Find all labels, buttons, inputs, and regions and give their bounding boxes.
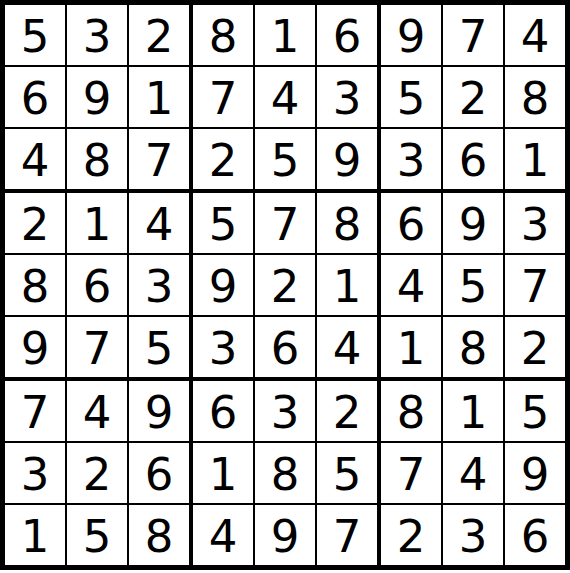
cell-r3c5[interactable]: 5 [255,129,317,193]
cell-r2c1[interactable]: 6 [5,67,67,129]
cell-r2c6[interactable]: 3 [317,67,381,129]
cell-r7c8[interactable]: 1 [443,381,505,443]
cell-r5c3[interactable]: 3 [129,255,193,317]
cell-r9c4[interactable]: 4 [193,505,255,565]
cell-r7c9[interactable]: 5 [505,381,565,443]
cell-r4c5[interactable]: 7 [255,193,317,255]
cell-r8c8[interactable]: 4 [443,443,505,505]
cell-r8c9[interactable]: 9 [505,443,565,505]
cell-r1c3[interactable]: 2 [129,5,193,67]
cell-r4c8[interactable]: 9 [443,193,505,255]
cell-r1c8[interactable]: 7 [443,5,505,67]
cell-r6c2[interactable]: 7 [67,317,129,381]
cell-r7c1[interactable]: 7 [5,381,67,443]
cell-r4c2[interactable]: 1 [67,193,129,255]
cell-r1c7[interactable]: 9 [381,5,443,67]
cell-r1c5[interactable]: 1 [255,5,317,67]
cell-r2c8[interactable]: 2 [443,67,505,129]
cell-r7c6[interactable]: 2 [317,381,381,443]
cell-r3c9[interactable]: 1 [505,129,565,193]
cell-r6c7[interactable]: 1 [381,317,443,381]
sudoku-board: 5328169746917435284872593612145786938639… [0,0,570,570]
cell-r5c1[interactable]: 8 [5,255,67,317]
cell-r3c3[interactable]: 7 [129,129,193,193]
cell-r7c5[interactable]: 3 [255,381,317,443]
cell-r1c2[interactable]: 3 [67,5,129,67]
cell-r6c5[interactable]: 6 [255,317,317,381]
cell-r2c5[interactable]: 4 [255,67,317,129]
cell-r4c4[interactable]: 5 [193,193,255,255]
cell-r2c4[interactable]: 7 [193,67,255,129]
cell-r9c3[interactable]: 8 [129,505,193,565]
cell-r1c6[interactable]: 6 [317,5,381,67]
cell-r8c1[interactable]: 3 [5,443,67,505]
cell-r5c5[interactable]: 2 [255,255,317,317]
cell-r6c4[interactable]: 3 [193,317,255,381]
cell-r8c3[interactable]: 6 [129,443,193,505]
cell-r7c4[interactable]: 6 [193,381,255,443]
cell-r5c8[interactable]: 5 [443,255,505,317]
cell-r7c2[interactable]: 4 [67,381,129,443]
cell-r3c4[interactable]: 2 [193,129,255,193]
cell-r3c1[interactable]: 4 [5,129,67,193]
cell-r9c2[interactable]: 5 [67,505,129,565]
cell-r9c1[interactable]: 1 [5,505,67,565]
cell-r6c6[interactable]: 4 [317,317,381,381]
cell-r4c9[interactable]: 3 [505,193,565,255]
cell-r5c2[interactable]: 6 [67,255,129,317]
cell-r8c5[interactable]: 8 [255,443,317,505]
cell-r1c4[interactable]: 8 [193,5,255,67]
cell-r8c7[interactable]: 7 [381,443,443,505]
cell-r3c8[interactable]: 6 [443,129,505,193]
cell-r9c6[interactable]: 7 [317,505,381,565]
cell-r5c9[interactable]: 7 [505,255,565,317]
cell-r4c3[interactable]: 4 [129,193,193,255]
cell-r7c3[interactable]: 9 [129,381,193,443]
cell-r5c6[interactable]: 1 [317,255,381,317]
cell-r8c2[interactable]: 2 [67,443,129,505]
cell-r6c1[interactable]: 9 [5,317,67,381]
cell-r9c7[interactable]: 2 [381,505,443,565]
cell-r3c6[interactable]: 9 [317,129,381,193]
cell-r7c7[interactable]: 8 [381,381,443,443]
cell-r9c9[interactable]: 6 [505,505,565,565]
cell-r3c7[interactable]: 3 [381,129,443,193]
cell-r2c3[interactable]: 1 [129,67,193,129]
cell-r9c8[interactable]: 3 [443,505,505,565]
cell-r9c5[interactable]: 9 [255,505,317,565]
cell-r2c2[interactable]: 9 [67,67,129,129]
cell-r1c1[interactable]: 5 [5,5,67,67]
cell-r8c4[interactable]: 1 [193,443,255,505]
cell-r3c2[interactable]: 8 [67,129,129,193]
cell-r6c9[interactable]: 2 [505,317,565,381]
cell-r8c6[interactable]: 5 [317,443,381,505]
cell-r4c1[interactable]: 2 [5,193,67,255]
cell-r2c7[interactable]: 5 [381,67,443,129]
cell-r4c7[interactable]: 6 [381,193,443,255]
cell-r5c4[interactable]: 9 [193,255,255,317]
cell-r1c9[interactable]: 4 [505,5,565,67]
cell-r6c3[interactable]: 5 [129,317,193,381]
cell-r6c8[interactable]: 8 [443,317,505,381]
cell-r2c9[interactable]: 8 [505,67,565,129]
cell-r4c6[interactable]: 8 [317,193,381,255]
cell-r5c7[interactable]: 4 [381,255,443,317]
